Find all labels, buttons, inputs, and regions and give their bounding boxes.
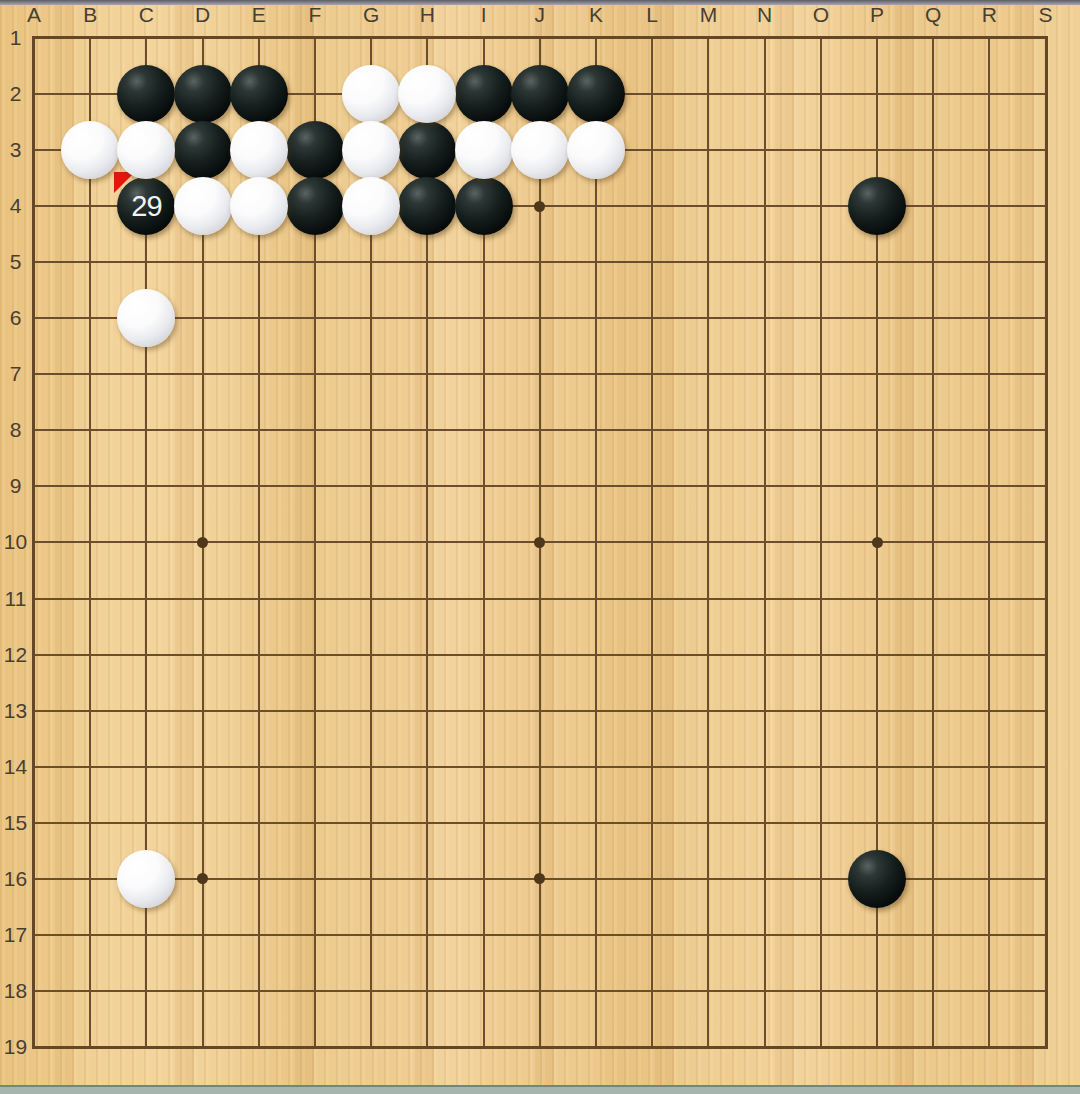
- stone-black-d3[interactable]: [174, 121, 232, 179]
- stone-black-k2[interactable]: [567, 65, 625, 123]
- col-label-n: N: [751, 3, 779, 27]
- row-label-15: 15: [0, 811, 31, 835]
- col-label-k: K: [582, 3, 610, 27]
- go-app-screen: ABCDEFGHIJKLMNOPQRS 12345678910111213141…: [0, 0, 1080, 1094]
- col-label-l: L: [638, 3, 666, 27]
- row-label-18: 18: [0, 979, 31, 1003]
- stone-white-d4[interactable]: [174, 177, 232, 235]
- stone-black-p16[interactable]: [848, 850, 906, 908]
- row-label-7: 7: [0, 362, 31, 386]
- col-label-b: B: [76, 3, 104, 27]
- row-label-16: 16: [0, 867, 31, 891]
- stone-white-b3[interactable]: [61, 121, 119, 179]
- move-number-label: 29: [131, 192, 161, 221]
- col-label-g: G: [357, 3, 385, 27]
- row-label-17: 17: [0, 923, 31, 947]
- row-label-14: 14: [0, 755, 31, 779]
- stone-black-i2[interactable]: [455, 65, 513, 123]
- col-label-q: Q: [919, 3, 947, 27]
- stone-white-g4[interactable]: [342, 177, 400, 235]
- col-label-p: P: [863, 3, 891, 27]
- star-point-p10: [872, 537, 883, 548]
- col-label-c: C: [132, 3, 160, 27]
- col-label-f: F: [301, 3, 329, 27]
- row-label-19: 19: [0, 1035, 31, 1059]
- col-label-r: R: [975, 3, 1003, 27]
- row-label-3: 3: [0, 138, 31, 162]
- stone-black-d2[interactable]: [174, 65, 232, 123]
- row-label-2: 2: [0, 82, 31, 106]
- stone-black-j2[interactable]: [511, 65, 569, 123]
- stone-black-f3[interactable]: [286, 121, 344, 179]
- row-label-10: 10: [0, 530, 31, 554]
- stone-white-c16[interactable]: [117, 850, 175, 908]
- col-label-o: O: [807, 3, 835, 27]
- row-label-1: 1: [0, 26, 31, 50]
- stone-black-p4[interactable]: [848, 177, 906, 235]
- stone-white-k3[interactable]: [567, 121, 625, 179]
- row-label-4: 4: [0, 194, 31, 218]
- stone-white-j3[interactable]: [511, 121, 569, 179]
- row-label-9: 9: [0, 474, 31, 498]
- top-edge-strip: [0, 0, 1080, 5]
- stone-white-e4[interactable]: [230, 177, 288, 235]
- star-point-j4: [534, 201, 545, 212]
- star-point-d10: [197, 537, 208, 548]
- col-label-h: H: [413, 3, 441, 27]
- col-label-j: J: [526, 3, 554, 27]
- row-label-11: 11: [0, 587, 31, 611]
- stone-white-g2[interactable]: [342, 65, 400, 123]
- col-label-s: S: [1032, 3, 1060, 27]
- stone-white-g3[interactable]: [342, 121, 400, 179]
- go-board[interactable]: ABCDEFGHIJKLMNOPQRS 12345678910111213141…: [0, 0, 1080, 1094]
- col-label-a: A: [20, 3, 48, 27]
- stone-white-e3[interactable]: [230, 121, 288, 179]
- col-label-d: D: [189, 3, 217, 27]
- row-label-8: 8: [0, 418, 31, 442]
- stone-black-i4[interactable]: [455, 177, 513, 235]
- col-label-m: M: [694, 3, 722, 27]
- stone-black-f4[interactable]: [286, 177, 344, 235]
- col-label-e: E: [245, 3, 273, 27]
- stone-black-e2[interactable]: [230, 65, 288, 123]
- bottom-edge-strip: [0, 1085, 1080, 1094]
- row-label-6: 6: [0, 306, 31, 330]
- col-label-i: I: [470, 3, 498, 27]
- row-label-13: 13: [0, 699, 31, 723]
- row-label-5: 5: [0, 250, 31, 274]
- row-label-12: 12: [0, 643, 31, 667]
- stone-white-i3[interactable]: [455, 121, 513, 179]
